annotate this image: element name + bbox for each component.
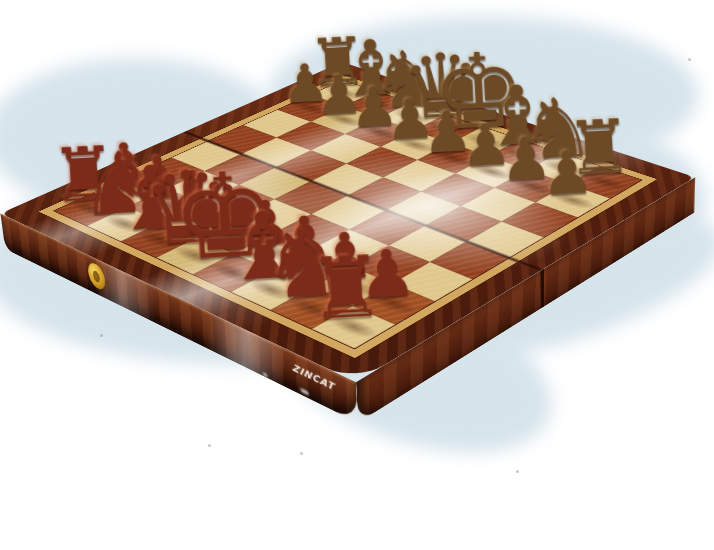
square-h5 [466, 221, 544, 257]
square-g5 [425, 206, 501, 241]
pawn-glyph: ♟ [490, 139, 646, 206]
fold-seam-edge [540, 269, 544, 309]
chess-board: ZINCAT ♜♝♞♛♚♝♞♜♟♟♟♟♟♟♟♟♟♟♟♟♟♟♟♟♜♞♝♛♚♝♞♜ [0, 62, 695, 382]
rook-glyph: ♜ [259, 240, 435, 334]
product-photo: ZINCAT ♜♝♞♛♚♝♞♜♟♟♟♟♟♟♟♟♟♟♟♟♟♟♟♟♜♞♝♛♚♝♞♜ [0, 0, 714, 550]
square-h6 [502, 202, 578, 237]
